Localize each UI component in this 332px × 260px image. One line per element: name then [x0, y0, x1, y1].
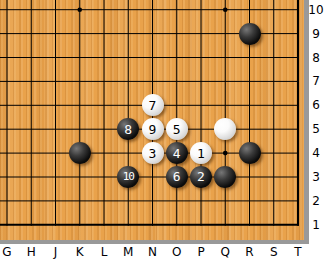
stone-black-K4[interactable]: [69, 142, 91, 164]
col-label-H: H: [21, 244, 41, 260]
stone-black-M5[interactable]: 8: [117, 118, 139, 140]
stone-black-O3[interactable]: 6: [166, 166, 188, 188]
col-label-P: P: [191, 244, 211, 260]
col-label-T: T: [288, 244, 308, 260]
stones-layer: 78953411062: [0, 0, 310, 237]
row-label-3: 3: [305, 169, 327, 185]
stone-white-Q5[interactable]: [214, 118, 236, 140]
col-label-M: M: [118, 244, 138, 260]
move-number-label: 2: [197, 170, 205, 183]
go-board[interactable]: 78953411062: [0, 0, 309, 244]
col-label-K: K: [70, 244, 90, 260]
stone-white-O5[interactable]: 5: [166, 118, 188, 140]
stone-white-N6[interactable]: 7: [142, 94, 164, 116]
stone-white-P4[interactable]: 1: [190, 142, 212, 164]
go-diagram-app: 78953411062 GHJKLMNOPQRST10987654321: [0, 0, 332, 260]
stone-black-O4[interactable]: 4: [166, 142, 188, 164]
row-label-6: 6: [305, 97, 327, 113]
stone-white-N4[interactable]: 3: [142, 142, 164, 164]
stone-black-R4[interactable]: [239, 142, 261, 164]
row-label-2: 2: [305, 193, 327, 209]
col-label-J: J: [46, 244, 66, 260]
col-label-O: O: [167, 244, 187, 260]
col-label-R: R: [240, 244, 260, 260]
col-label-G: G: [0, 244, 17, 260]
row-label-8: 8: [305, 50, 327, 66]
stone-black-Q3[interactable]: [214, 166, 236, 188]
move-number-label: 7: [149, 98, 157, 111]
move-number-label: 3: [149, 146, 157, 159]
stone-black-R9[interactable]: [239, 23, 261, 45]
col-label-S: S: [264, 244, 284, 260]
move-number-label: 9: [149, 122, 157, 135]
move-number-label: 8: [124, 122, 132, 135]
row-label-4: 4: [305, 145, 327, 161]
col-label-Q: Q: [215, 244, 235, 260]
col-label-N: N: [143, 244, 163, 260]
move-number-label: 4: [173, 146, 181, 159]
move-number-label: 1: [197, 146, 205, 159]
stone-black-P3[interactable]: 2: [190, 166, 212, 188]
row-label-10: 10: [305, 2, 327, 18]
move-number-label: 5: [173, 122, 181, 135]
move-number-label: 10: [123, 171, 134, 182]
row-label-7: 7: [305, 73, 327, 89]
stone-black-M3[interactable]: 10: [117, 166, 139, 188]
stone-white-N5[interactable]: 9: [142, 118, 164, 140]
row-label-9: 9: [305, 26, 327, 42]
row-label-1: 1: [305, 217, 327, 233]
col-label-L: L: [94, 244, 114, 260]
row-label-5: 5: [305, 121, 327, 137]
move-number-label: 6: [173, 170, 181, 183]
